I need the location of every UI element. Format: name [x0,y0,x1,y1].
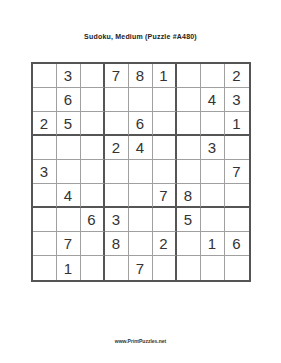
cell-r1c3 [81,64,105,88]
cell-r4c7 [177,136,201,160]
cell-r5c6 [153,160,177,184]
cell-r1c1 [33,64,57,88]
cell-r9c3 [81,256,105,280]
cell-r1c2: 3 [57,64,81,88]
cell-r7c8 [201,208,225,232]
cell-r8c2: 7 [57,232,81,256]
cell-r1c5: 8 [129,64,153,88]
cell-r3c6 [153,112,177,136]
cell-r4c8: 3 [201,136,225,160]
cell-r6c4 [105,184,129,208]
cell-r7c4: 3 [105,208,129,232]
cell-r5c1: 3 [33,160,57,184]
cell-r9c1 [33,256,57,280]
cell-r9c6 [153,256,177,280]
cell-r4c6 [153,136,177,160]
cell-r1c4: 7 [105,64,129,88]
cell-r5c7 [177,160,201,184]
cell-r7c2 [57,208,81,232]
cell-r2c1 [33,88,57,112]
cell-r4c3 [81,136,105,160]
footer-url: www.PrintPuzzles.net [0,338,281,344]
cell-r7c3: 6 [81,208,105,232]
cell-r8c1 [33,232,57,256]
cell-r5c9: 7 [225,160,249,184]
cell-r6c5 [129,184,153,208]
cell-r2c3 [81,88,105,112]
cell-r3c7 [177,112,201,136]
cell-r2c6 [153,88,177,112]
cell-r6c6: 7 [153,184,177,208]
cell-r6c2: 4 [57,184,81,208]
cell-r2c9: 3 [225,88,249,112]
cell-r1c6: 1 [153,64,177,88]
cell-r6c8 [201,184,225,208]
cell-r8c7 [177,232,201,256]
cell-r2c8: 4 [201,88,225,112]
cell-r5c2 [57,160,81,184]
cell-r8c6: 2 [153,232,177,256]
cell-r6c1 [33,184,57,208]
cell-r3c4 [105,112,129,136]
cell-r6c9 [225,184,249,208]
cell-r7c1 [33,208,57,232]
cell-r5c4 [105,160,129,184]
cell-r8c4: 8 [105,232,129,256]
cell-r4c5: 4 [129,136,153,160]
cell-r5c3 [81,160,105,184]
cell-r9c9 [225,256,249,280]
cell-r9c8 [201,256,225,280]
cell-r1c9: 2 [225,64,249,88]
cell-r8c5 [129,232,153,256]
cell-r6c7: 8 [177,184,201,208]
cell-r3c9: 1 [225,112,249,136]
cell-r5c5 [129,160,153,184]
cell-r5c8 [201,160,225,184]
cell-r6c3 [81,184,105,208]
cell-r2c2: 6 [57,88,81,112]
cell-r2c4 [105,88,129,112]
cell-r3c8 [201,112,225,136]
cell-r1c8 [201,64,225,88]
cell-r8c8: 1 [201,232,225,256]
cell-r9c5: 7 [129,256,153,280]
cell-r1c7 [177,64,201,88]
cell-r2c5 [129,88,153,112]
cell-r8c9: 6 [225,232,249,256]
cell-r7c7: 5 [177,208,201,232]
cell-r9c2: 1 [57,256,81,280]
page-title: Sudoku, Medium (Puzzle #A480) [0,33,281,40]
cell-r7c9 [225,208,249,232]
cell-r8c3 [81,232,105,256]
cell-r3c1: 2 [33,112,57,136]
cell-r9c4 [105,256,129,280]
cell-r7c5 [129,208,153,232]
cell-r4c2 [57,136,81,160]
puzzle-page: Sudoku, Medium (Puzzle #A480) 3781264325… [0,0,281,363]
cell-r4c4: 2 [105,136,129,160]
cell-r3c5: 6 [129,112,153,136]
cell-r4c1 [33,136,57,160]
cell-r3c3 [81,112,105,136]
cell-r9c7 [177,256,201,280]
cell-r4c9 [225,136,249,160]
cell-r7c6 [153,208,177,232]
sudoku-grid: 378126432561243374786357821617 [31,62,251,282]
cell-r2c7 [177,88,201,112]
cell-r3c2: 5 [57,112,81,136]
